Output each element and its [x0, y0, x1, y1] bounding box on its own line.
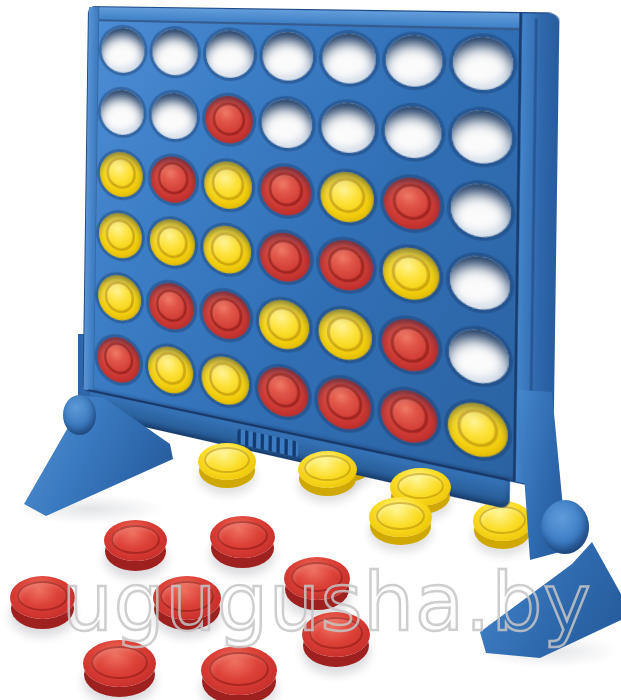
cell-r5c7-empty-slot[interactable] [449, 325, 510, 388]
scene: ugugusha.by [0, 0, 621, 700]
red-loose-disc[interactable] [201, 646, 277, 695]
cell-r2c2-empty-slot[interactable] [151, 92, 197, 141]
cell-r4c5-red-disc[interactable] [319, 237, 373, 294]
red-loose-disc[interactable] [83, 640, 156, 687]
cell-r5c1-yellow-disc[interactable] [98, 272, 141, 324]
cell-r4c7-empty-slot[interactable] [450, 253, 511, 314]
cell-r2c7-empty-slot[interactable] [452, 109, 513, 166]
cell-r1c3-empty-slot[interactable] [206, 30, 254, 79]
cell-r1c7-empty-slot[interactable] [453, 36, 514, 91]
cell-r6c7-yellow-disc[interactable] [448, 397, 509, 462]
red-loose-disc[interactable] [10, 576, 75, 619]
cell-r5c6-red-disc[interactable] [382, 315, 439, 376]
red-loose-disc[interactable] [153, 576, 221, 620]
red-loose-disc[interactable] [210, 516, 275, 558]
cell-r2c5-empty-slot[interactable] [321, 101, 375, 155]
cell-r4c4-red-disc[interactable] [260, 230, 311, 285]
cell-r6c1-red-disc[interactable] [97, 333, 140, 386]
cell-r3c6-red-disc[interactable] [383, 175, 440, 232]
right-stand-pivot-knob [541, 500, 589, 554]
cell-r1c6-empty-slot[interactable] [385, 35, 442, 89]
cell-r3c4-red-disc[interactable] [260, 164, 311, 218]
cell-r6c5-red-disc[interactable] [317, 374, 371, 434]
cell-r2c6-empty-slot[interactable] [384, 105, 441, 160]
cell-r5c5-yellow-disc[interactable] [318, 306, 372, 365]
yellow-loose-disc[interactable] [198, 443, 256, 480]
cell-r4c1-yellow-disc[interactable] [99, 211, 142, 261]
cell-r3c7-empty-slot[interactable] [451, 181, 512, 240]
cell-r1c1-empty-slot[interactable] [101, 28, 144, 74]
cell-r5c4-yellow-disc[interactable] [259, 296, 310, 353]
red-loose-disc[interactable] [302, 612, 370, 657]
cell-r5c3-red-disc[interactable] [202, 288, 250, 343]
cell-r3c2-red-disc[interactable] [150, 154, 196, 205]
yellow-loose-disc[interactable] [298, 451, 357, 488]
red-loose-disc[interactable] [104, 520, 167, 561]
cell-r6c4-red-disc[interactable] [258, 363, 309, 421]
left-stand-pivot-knob [63, 395, 96, 435]
cell-r5c2-red-disc[interactable] [149, 280, 195, 333]
cell-r1c4-empty-slot[interactable] [262, 32, 313, 82]
cell-r2c3-red-disc[interactable] [205, 95, 253, 146]
cell-r4c2-yellow-disc[interactable] [150, 217, 196, 269]
cell-r1c5-empty-slot[interactable] [322, 33, 376, 85]
cell-r2c1-empty-slot[interactable] [100, 89, 143, 137]
cell-r3c1-yellow-disc[interactable] [100, 150, 143, 199]
cell-r6c6-red-disc[interactable] [381, 385, 438, 447]
cell-r1c2-empty-slot[interactable] [152, 29, 198, 77]
cell-r6c3-yellow-disc[interactable] [201, 352, 249, 409]
red-loose-disc[interactable] [284, 557, 350, 600]
cell-r3c5-yellow-disc[interactable] [320, 169, 374, 224]
yellow-loose-disc[interactable] [369, 497, 432, 537]
cell-r6c2-yellow-disc[interactable] [148, 343, 194, 398]
cell-r4c3-yellow-disc[interactable] [203, 224, 251, 278]
cell-r2c4-empty-slot[interactable] [261, 98, 312, 150]
cell-r3c3-yellow-disc[interactable] [204, 159, 252, 211]
cell-r4c6-yellow-disc[interactable] [383, 245, 440, 304]
